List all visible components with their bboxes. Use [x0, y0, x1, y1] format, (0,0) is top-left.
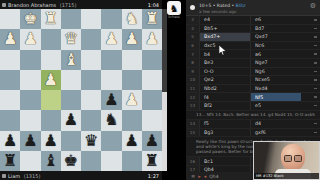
board-square[interactable]: [0, 110, 20, 130]
stream-screen: Brandon Abrahams (1715) 1:04 ♚♜♞♜♟♟♛♟♟♟♝…: [0, 0, 320, 180]
eval-bar: [162, 9, 167, 171]
move-row: 3e4e6: [186, 16, 320, 25]
lichess-knight-logo-icon[interactable]: ♞: [167, 1, 181, 15]
next-move-icon[interactable]: ▸: [198, 174, 201, 179]
move-time-mark: [301, 76, 320, 84]
game-info-header: 10+5 • Rated • Blitz a few seconds ago ⚙: [186, 0, 320, 16]
move-row: 5Bxd7+Qxd7: [186, 33, 320, 42]
board-square[interactable]: ♝: [61, 50, 81, 70]
white-move[interactable]: Bb5+: [199, 25, 250, 33]
move-row: 12f4Nf5: [186, 93, 320, 102]
white-king-piece[interactable]: ♚: [23, 11, 37, 27]
game-info-title: 10+5 • Rated • Blitz: [199, 3, 245, 8]
board-square[interactable]: [20, 151, 40, 171]
black-pawn-piece[interactable]: ♟: [145, 133, 159, 149]
move-row: 14f5d4: [186, 120, 320, 129]
board-square[interactable]: ♟: [122, 90, 142, 110]
move-number: 9: [186, 68, 199, 76]
board-square[interactable]: [81, 9, 101, 29]
board-square[interactable]: ♟: [61, 110, 81, 130]
move-number: 4: [186, 25, 199, 33]
board-square[interactable]: [81, 151, 101, 171]
board-square[interactable]: ♝: [41, 151, 61, 171]
move-time-mark: [301, 68, 320, 76]
board-square[interactable]: ♟: [0, 29, 20, 49]
board-square[interactable]: [0, 9, 20, 29]
black-pawn-piece[interactable]: ♟: [43, 133, 57, 149]
white-move[interactable]: f4: [199, 93, 250, 101]
board-square[interactable]: [101, 9, 121, 29]
white-move[interactable]: Bc1: [199, 157, 250, 165]
white-pawn-piece[interactable]: ♟: [124, 92, 138, 108]
bottom-player-avatar: [2, 174, 6, 178]
white-move[interactable]: Bg3: [199, 129, 250, 137]
board-square[interactable]: [61, 90, 81, 110]
glasses-left-lens: [284, 155, 292, 162]
webcam-caption: MR #132 Black: [254, 173, 319, 179]
board-square[interactable]: ♛: [61, 29, 81, 49]
white-move[interactable]: Be3: [199, 59, 250, 67]
board-square[interactable]: ♞: [101, 110, 121, 130]
webcam-overlay: MR #132 Black: [253, 141, 320, 180]
move-number: 14: [186, 120, 199, 128]
white-pawn-piece[interactable]: ♟: [104, 31, 118, 47]
white-pawn-piece[interactable]: ♟: [3, 31, 17, 47]
board-square[interactable]: [81, 70, 101, 90]
board-square[interactable]: [101, 70, 121, 90]
board-square[interactable]: [142, 50, 162, 70]
lichess-logo-label: lichess: [160, 15, 188, 19]
move-row: 10Qe2Ncxe5: [186, 76, 320, 85]
move-number: 5: [186, 33, 199, 41]
mouse-cursor: [219, 45, 227, 56]
move-time-mark: [301, 42, 320, 50]
board-square[interactable]: ♟: [142, 29, 162, 49]
board-square[interactable]: ♜: [41, 9, 61, 29]
black-move[interactable]: Qxd7: [250, 33, 301, 41]
board-square[interactable]: ♞: [122, 9, 142, 29]
move-row: 11Nbd2Nxd4: [186, 85, 320, 94]
board-square[interactable]: [61, 70, 81, 90]
move-number: 15: [186, 129, 199, 137]
board-square[interactable]: [142, 70, 162, 90]
board-square[interactable]: [122, 110, 142, 130]
black-rook-piece[interactable]: ♜: [3, 153, 17, 169]
board-square[interactable]: [142, 110, 162, 130]
white-move[interactable]: Nbd2: [199, 85, 250, 93]
board-square[interactable]: [0, 50, 20, 70]
black-move[interactable]: Ng6: [250, 68, 301, 76]
move-time-mark: [301, 93, 320, 101]
black-queen-piece[interactable]: ♛: [84, 133, 98, 149]
board-square[interactable]: [122, 70, 142, 90]
board-square[interactable]: [61, 9, 81, 29]
board-square[interactable]: [81, 110, 101, 130]
board-square[interactable]: ♟: [142, 131, 162, 151]
black-move[interactable]: e6: [250, 16, 301, 24]
white-pawn-piece[interactable]: ♟: [145, 31, 159, 47]
board-square[interactable]: ♟: [122, 131, 142, 151]
black-pawn-piece[interactable]: ♟: [104, 92, 118, 108]
board-square[interactable]: [122, 151, 142, 171]
gear-icon[interactable]: ⚙: [310, 3, 316, 10]
game-info-title-accent: Blitz: [236, 3, 246, 8]
black-king-piece[interactable]: ♚: [64, 153, 78, 169]
board-square[interactable]: ♜: [0, 151, 20, 171]
bottom-player-rating: (1315): [24, 173, 41, 179]
board-square[interactable]: ♟: [20, 131, 40, 151]
board-square[interactable]: ♚: [61, 151, 81, 171]
board-square[interactable]: ♜: [142, 9, 162, 29]
eval-bar-black-section: [162, 9, 167, 92]
board-square[interactable]: ♟: [41, 131, 61, 151]
black-knight-piece[interactable]: ♞: [104, 112, 118, 128]
white-move[interactable]: Qe2: [199, 76, 250, 84]
board-square[interactable]: [142, 90, 162, 110]
toolbar-move-text: Qh4: [209, 174, 218, 179]
board-square[interactable]: [41, 50, 61, 70]
white-rook-piece[interactable]: ♜: [145, 11, 159, 27]
board-square[interactable]: ♟: [101, 90, 121, 110]
top-player-name[interactable]: Brandon Abrahams (1715): [8, 2, 148, 8]
game-info-subtitle: a few seconds ago: [199, 9, 236, 14]
move-number: 7: [186, 50, 199, 58]
white-pawn-piece[interactable]: ♟: [124, 31, 138, 47]
white-pawn-piece[interactable]: ♟: [23, 31, 37, 47]
board-square[interactable]: [101, 50, 121, 70]
board-square[interactable]: [101, 131, 121, 151]
move-number: 6: [186, 42, 199, 50]
black-move[interactable]: d4: [250, 120, 301, 128]
board-square[interactable]: [20, 70, 40, 90]
black-move[interactable]: gxf6: [250, 129, 301, 137]
black-move[interactable]: Ncxe5: [250, 76, 301, 84]
board-square[interactable]: ♚: [20, 9, 40, 29]
black-pawn-piece[interactable]: ♟: [3, 133, 17, 149]
black-bishop-piece[interactable]: ♝: [43, 153, 57, 169]
glasses-right-lens: [294, 155, 302, 162]
move-row: 15Bg3gxf6: [186, 129, 320, 138]
white-move[interactable]: f5: [199, 120, 250, 128]
move-number: 13: [186, 102, 199, 110]
white-rook-piece[interactable]: ♜: [43, 11, 57, 27]
white-color-dot-icon: [190, 5, 195, 10]
move-time-mark: [301, 102, 320, 110]
white-bishop-piece[interactable]: ♝: [64, 52, 78, 68]
move-number: 11: [186, 85, 199, 93]
move-row: 13Bf2e5: [186, 102, 320, 111]
top-player-clock: 1:04: [148, 2, 159, 8]
board-square[interactable]: [20, 50, 40, 70]
board-square[interactable]: ♟: [0, 131, 20, 151]
move-row: 4Bb5+Bd7: [186, 25, 320, 34]
board-square[interactable]: [81, 29, 101, 49]
bottom-player-bar: Liam (1315) 1:27: [0, 171, 162, 180]
black-move[interactable]: Nf5: [250, 93, 301, 101]
board-square[interactable]: [122, 50, 142, 70]
board-square[interactable]: [101, 151, 121, 171]
eval-bar-white-section: [162, 92, 167, 171]
board-square[interactable]: [81, 50, 101, 70]
top-player-rating: (1715): [60, 2, 77, 8]
white-pawn-piece[interactable]: ♟: [43, 72, 57, 88]
move-time-mark: [301, 16, 320, 24]
black-pawn-piece[interactable]: ♟: [23, 133, 37, 149]
white-queen-piece[interactable]: ♛: [64, 31, 78, 47]
menu-icon[interactable]: ≡: [191, 174, 195, 179]
board-square[interactable]: ♟: [20, 29, 40, 49]
move-row: 9O-ONg6: [186, 68, 320, 77]
move-number: 8: [186, 59, 199, 67]
board-square[interactable]: [20, 110, 40, 130]
top-player-avatar: [2, 3, 6, 7]
board-square[interactable]: ♟: [122, 29, 142, 49]
bottom-player-clock: 1:27: [148, 173, 159, 179]
move-number: 12: [186, 93, 199, 101]
move-row: 8Be3Nge7: [186, 59, 320, 68]
board-square[interactable]: [20, 90, 40, 110]
white-move[interactable]: O-O: [199, 68, 250, 76]
black-rook-piece[interactable]: ♜: [145, 153, 159, 169]
move-time-mark: [301, 50, 320, 58]
board-square[interactable]: [41, 29, 61, 49]
analysis-comment: 13... Nf5 14. Bxc5. Better was 14. g4 Nx…: [186, 111, 320, 120]
prev-move-icon[interactable]: ◂: [204, 174, 207, 179]
board-square[interactable]: ♜: [142, 151, 162, 171]
board-square[interactable]: [0, 90, 20, 110]
black-pawn-piece[interactable]: ♟: [124, 133, 138, 149]
board-square[interactable]: ♟: [41, 70, 61, 90]
move-time-mark: [301, 129, 320, 137]
move-time-mark: [301, 33, 320, 41]
board-square[interactable]: [0, 70, 20, 90]
black-move[interactable]: Nxd4: [250, 85, 301, 93]
move-number: 10: [186, 76, 199, 84]
board-square[interactable]: [41, 90, 61, 110]
board-square[interactable]: [61, 131, 81, 151]
white-move[interactable]: e4: [199, 16, 250, 24]
white-knight-piece[interactable]: ♞: [124, 11, 138, 27]
move-row: 6dxc5Nc6: [186, 42, 320, 51]
board-square[interactable]: [41, 110, 61, 130]
top-player-bar: Brandon Abrahams (1715) 1:04: [0, 0, 162, 9]
board-square[interactable]: ♛: [81, 131, 101, 151]
black-move[interactable]: Nc6: [250, 42, 301, 50]
black-move[interactable]: e5: [250, 102, 301, 110]
black-pawn-piece[interactable]: ♟: [64, 112, 78, 128]
move-time-mark: [301, 59, 320, 67]
black-move[interactable]: a6: [250, 50, 301, 58]
bottom-player-name[interactable]: Liam (1315): [8, 173, 148, 179]
move-time-mark: [301, 85, 320, 93]
move-row: 7b4a6: [186, 50, 320, 59]
board-square[interactable]: [81, 90, 101, 110]
board-square[interactable]: ♟: [101, 29, 121, 49]
move-number: 16: [186, 157, 199, 165]
white-move[interactable]: Bf2: [199, 102, 250, 110]
move-time-mark: [301, 25, 320, 33]
white-move[interactable]: Bxd7+: [199, 33, 250, 41]
black-move[interactable]: Nge7: [250, 59, 301, 67]
streamer-glasses: [284, 155, 302, 160]
move-time-mark: [301, 120, 320, 128]
chess-board[interactable]: ♚♜♞♜♟♟♛♟♟♟♝♟♟♟♟♞♟♟♟♛♟♟♜♝♚♜: [0, 9, 162, 171]
black-move[interactable]: Bd7: [250, 25, 301, 33]
